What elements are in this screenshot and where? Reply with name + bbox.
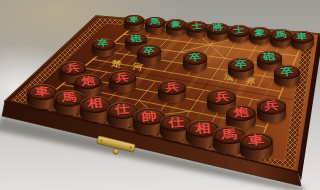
piece-top-face: 砲: [257, 51, 282, 64]
piece-character: 兵: [264, 100, 279, 112]
piece-character: 車: [248, 134, 265, 147]
piece-top-face: 卒: [274, 65, 300, 79]
piece-character: 象: [171, 20, 182, 28]
piece-character: 車: [129, 16, 139, 24]
piece-top-face: 卒: [92, 38, 115, 51]
piece-top-face: 士: [186, 21, 207, 32]
piece-green-soldier[interactable]: 卒: [183, 51, 208, 72]
piece-top-face: 車: [27, 84, 57, 100]
piece-character: 兵: [66, 63, 80, 73]
piece-green-soldier[interactable]: 卒: [137, 44, 161, 64]
piece-top-face: 卒: [137, 44, 161, 57]
pieces-layer: 車馬象士將士象馬車砲砲卒卒卒卒卒兵兵兵兵兵炮炮車馬相仕帥仕相馬車: [0, 0, 320, 190]
piece-red-chariot[interactable]: 車: [240, 132, 273, 160]
piece-character: 卒: [189, 53, 202, 63]
piece-character: 卒: [234, 60, 247, 70]
piece-green-soldier[interactable]: 卒: [274, 65, 300, 87]
piece-top-face: 兵: [109, 70, 136, 85]
piece-character: 車: [34, 86, 49, 98]
piece-top-face: 卒: [228, 58, 254, 72]
piece-character: 仕: [114, 104, 130, 116]
piece-character: 仕: [168, 116, 184, 128]
piece-top-face: 車: [291, 31, 314, 43]
piece-character: 兵: [115, 72, 129, 83]
piece-character: 炮: [81, 75, 96, 86]
piece-character: 砲: [263, 52, 276, 62]
piece-character: 兵: [214, 91, 229, 102]
piece-character: 卒: [97, 39, 109, 48]
piece-top-face: 象: [166, 19, 187, 30]
piece-character: 卒: [143, 46, 155, 55]
piece-character: 帥: [141, 110, 157, 122]
piece-red-soldier[interactable]: 兵: [109, 70, 136, 93]
piece-character: 馬: [221, 128, 238, 141]
xiangqi-photo-scene: 楚 河 漢 界 車馬象士將士象馬車砲砲卒卒卒卒卒兵兵兵兵兵炮炮車馬相仕帥仕相馬車: [0, 0, 320, 190]
piece-top-face: 兵: [207, 89, 236, 105]
piece-red-soldier[interactable]: 兵: [158, 80, 186, 104]
piece-top-face: 兵: [257, 98, 287, 114]
piece-character: 馬: [275, 30, 287, 39]
piece-green-soldier[interactable]: 卒: [228, 58, 254, 80]
piece-character: 馬: [61, 92, 77, 104]
piece-green-soldier[interactable]: 卒: [92, 38, 115, 58]
piece-red-soldier[interactable]: 兵: [257, 98, 287, 123]
piece-character: 卒: [280, 66, 294, 76]
piece-top-face: 馬: [145, 17, 165, 28]
piece-character: 象: [254, 28, 265, 37]
piece-top-face: 炮: [74, 74, 102, 89]
piece-green-chariot[interactable]: 車: [291, 31, 314, 50]
piece-character: 兵: [165, 81, 180, 92]
piece-character: 車: [296, 32, 308, 41]
piece-top-face: 車: [240, 132, 273, 150]
piece-character: 士: [191, 22, 202, 30]
piece-top-face: 卒: [183, 51, 208, 64]
piece-character: 相: [194, 122, 211, 135]
piece-character: 砲: [130, 34, 142, 43]
piece-character: 相: [88, 98, 104, 110]
piece-character: 馬: [150, 18, 160, 26]
piece-character: 士: [233, 26, 244, 35]
piece-top-face: 砲: [125, 33, 148, 45]
piece-character: 將: [212, 24, 223, 32]
piece-top-face: 炮: [226, 105, 256, 121]
piece-character: 炮: [233, 106, 249, 118]
piece-top-face: 兵: [158, 80, 186, 95]
